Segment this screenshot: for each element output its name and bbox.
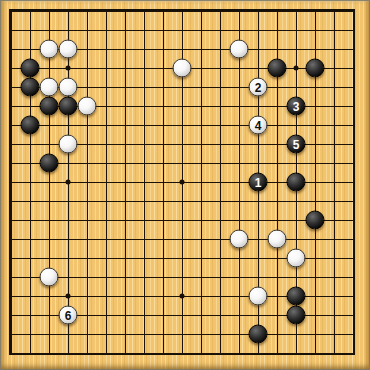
white-stone[interactable] bbox=[230, 40, 249, 59]
black-stone[interactable] bbox=[306, 211, 325, 230]
star-point bbox=[66, 294, 71, 299]
black-stone[interactable] bbox=[21, 59, 40, 78]
star-point bbox=[294, 66, 299, 71]
white-stone[interactable] bbox=[268, 230, 287, 249]
move-6-stone[interactable]: 6 bbox=[59, 306, 78, 325]
black-stone[interactable] bbox=[59, 97, 78, 116]
white-stone[interactable] bbox=[230, 230, 249, 249]
black-stone[interactable] bbox=[287, 287, 306, 306]
white-stone[interactable] bbox=[40, 40, 59, 59]
black-stone[interactable] bbox=[287, 173, 306, 192]
black-stone[interactable] bbox=[268, 59, 287, 78]
white-stone[interactable] bbox=[249, 287, 268, 306]
star-point bbox=[180, 294, 185, 299]
black-stone[interactable] bbox=[21, 78, 40, 97]
white-stone[interactable] bbox=[78, 97, 97, 116]
white-stone[interactable] bbox=[40, 268, 59, 287]
white-stone[interactable] bbox=[59, 78, 78, 97]
white-stone[interactable] bbox=[59, 135, 78, 154]
black-stone[interactable] bbox=[287, 306, 306, 325]
star-point bbox=[66, 66, 71, 71]
move-1-stone[interactable]: 1 bbox=[249, 173, 268, 192]
star-point bbox=[66, 180, 71, 185]
go-board: 234516 bbox=[0, 0, 370, 370]
black-stone[interactable] bbox=[306, 59, 325, 78]
white-stone[interactable] bbox=[173, 59, 192, 78]
white-stone[interactable] bbox=[40, 78, 59, 97]
black-stone[interactable] bbox=[40, 154, 59, 173]
black-stone[interactable] bbox=[249, 325, 268, 344]
move-5-stone[interactable]: 5 bbox=[287, 135, 306, 154]
black-stone[interactable] bbox=[21, 116, 40, 135]
white-stone[interactable] bbox=[287, 249, 306, 268]
white-stone[interactable] bbox=[59, 40, 78, 59]
move-4-stone[interactable]: 4 bbox=[249, 116, 268, 135]
move-2-stone[interactable]: 2 bbox=[249, 78, 268, 97]
black-stone[interactable] bbox=[40, 97, 59, 116]
star-point bbox=[180, 180, 185, 185]
move-3-stone[interactable]: 3 bbox=[287, 97, 306, 116]
